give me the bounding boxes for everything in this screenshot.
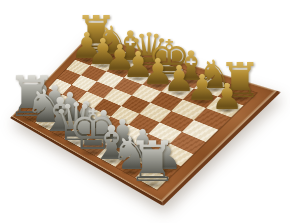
chess-set-photo: ♜♞♝♛♚♝♞♜♟♟♟♟♟♟♟♟♟♟♟♟♟♟♟♟♜♞♝♛♚♝♞♜: [0, 0, 290, 223]
board-grid: [22, 41, 257, 190]
board-frame: [10, 34, 281, 206]
chess-board: [0, 0, 290, 223]
